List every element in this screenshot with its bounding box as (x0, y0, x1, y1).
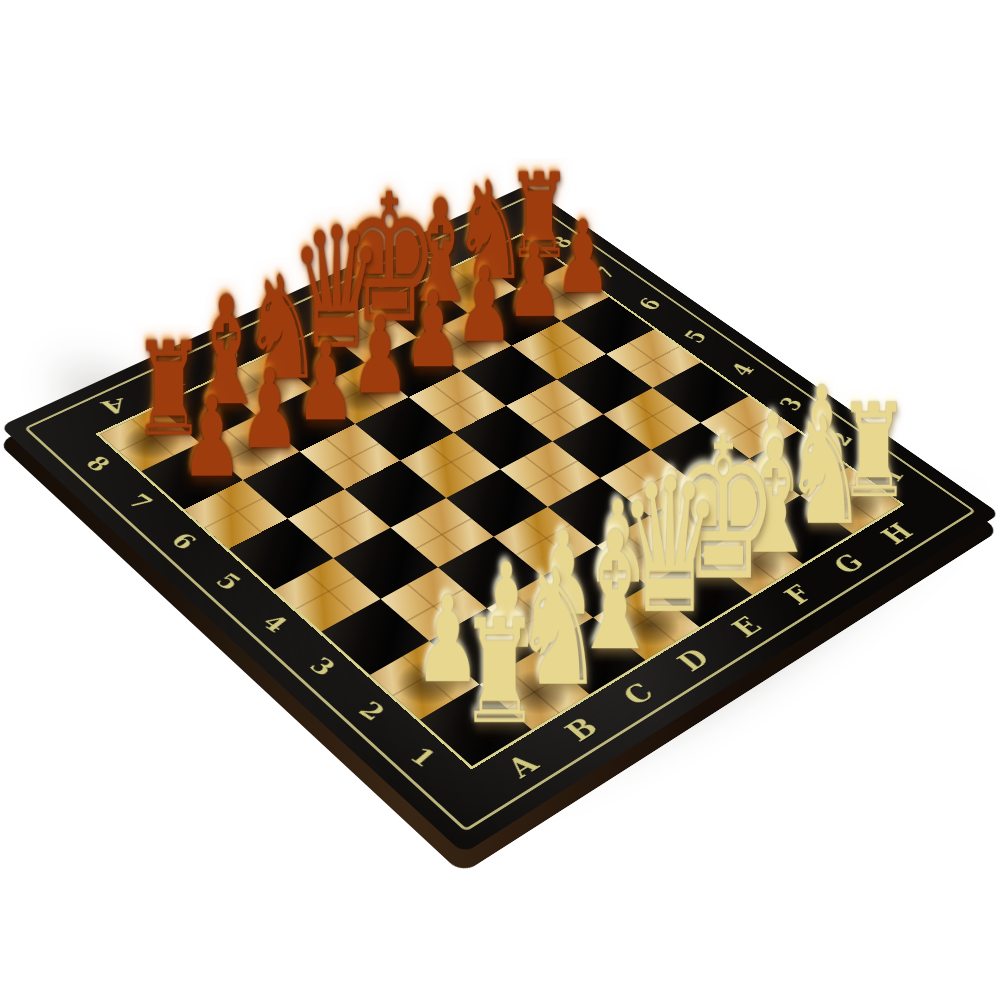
white-rook-a1[interactable]: ♜ (459, 600, 539, 744)
file-label-bottom-d: D (670, 643, 716, 676)
black-pawn-b7[interactable]: ♟ (239, 355, 300, 464)
file-label-bottom-a: A (499, 748, 545, 783)
rank-label-right-4: 4 (725, 359, 759, 379)
file-label-bottom-h: H (874, 518, 919, 549)
black-pawn-d7[interactable]: ♟ (350, 303, 409, 409)
rank-label-left-2: 2 (352, 696, 390, 725)
rank-label-left-7: 7 (122, 489, 159, 513)
black-pawn-c7[interactable]: ♟ (295, 328, 355, 436)
rank-label-right-6: 6 (633, 294, 666, 313)
file-label-bottom-b: B (558, 711, 605, 746)
rank-label-left-3: 3 (303, 652, 341, 680)
black-pawn-a7[interactable]: ♟ (181, 382, 242, 493)
file-label-top-a: A (98, 394, 130, 419)
file-label-bottom-c: C (615, 677, 660, 710)
rank-label-left-5: 5 (210, 568, 247, 594)
product-photo-scene: ♜♝♞♛♚♝♞♜♟♟♟♟♟♟♟♟♟♟♟♟♟♟♟♟♜♞♝♛♚♝♞♜ 8765432… (0, 0, 1000, 1000)
rank-label-left-4: 4 (256, 610, 294, 637)
black-pawn-h7[interactable]: ♟ (555, 207, 611, 307)
black-pawn-f7[interactable]: ♟ (455, 253, 512, 356)
rank-label-left-8: 8 (80, 452, 116, 476)
rank-label-right-5: 5 (678, 327, 712, 347)
rank-label-left-1: 1 (403, 742, 442, 772)
file-label-bottom-f: F (777, 580, 819, 610)
black-pawn-e7[interactable]: ♟ (404, 278, 462, 382)
rank-label-left-6: 6 (165, 528, 202, 553)
black-pawn-g7[interactable]: ♟ (506, 230, 562, 332)
chess-board: ♜♝♞♛♚♝♞♜♟♟♟♟♟♟♟♟♟♟♟♟♟♟♟♟♜♞♝♛♚♝♞♜ 8765432… (0, 185, 1000, 854)
file-label-bottom-g: G (826, 548, 870, 579)
file-label-bottom-e: E (725, 611, 768, 642)
